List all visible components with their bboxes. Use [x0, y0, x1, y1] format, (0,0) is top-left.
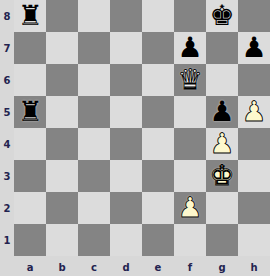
piece-black-pawn[interactable]: ♟: [241, 32, 266, 64]
square-d6[interactable]: [110, 64, 142, 96]
file-label-a: a: [14, 256, 46, 276]
square-f6[interactable]: ♛: [174, 64, 206, 96]
square-g4[interactable]: ♟: [206, 128, 238, 160]
board-corner-spacer: [0, 256, 14, 276]
square-g2[interactable]: [206, 192, 238, 224]
square-c2[interactable]: [78, 192, 110, 224]
square-g6[interactable]: [206, 64, 238, 96]
square-d4[interactable]: [110, 128, 142, 160]
square-a3[interactable]: [14, 160, 46, 192]
square-b7[interactable]: [46, 32, 78, 64]
rank-label-1: 1: [0, 224, 14, 256]
square-e7[interactable]: [142, 32, 174, 64]
square-h2[interactable]: [238, 192, 270, 224]
piece-black-king[interactable]: ♚: [209, 0, 234, 32]
square-c4[interactable]: [78, 128, 110, 160]
square-e3[interactable]: [142, 160, 174, 192]
square-c1[interactable]: [78, 224, 110, 256]
square-h3[interactable]: [238, 160, 270, 192]
square-c3[interactable]: [78, 160, 110, 192]
piece-white-pawn[interactable]: ♟: [177, 192, 202, 224]
file-label-f: f: [174, 256, 206, 276]
piece-white-pawn[interactable]: ♟: [241, 96, 266, 128]
file-label-e: e: [142, 256, 174, 276]
square-g5[interactable]: ♟: [206, 96, 238, 128]
square-f4[interactable]: [174, 128, 206, 160]
file-label-b: b: [46, 256, 78, 276]
square-c8[interactable]: [78, 0, 110, 32]
square-a1[interactable]: [14, 224, 46, 256]
square-d5[interactable]: [110, 96, 142, 128]
square-a8[interactable]: ♜: [14, 0, 46, 32]
rank-label-4: 4: [0, 128, 14, 160]
file-label-c: c: [78, 256, 110, 276]
square-e5[interactable]: [142, 96, 174, 128]
piece-white-king[interactable]: ♚: [209, 160, 234, 192]
square-g7[interactable]: [206, 32, 238, 64]
square-b4[interactable]: [46, 128, 78, 160]
file-label-h: h: [238, 256, 270, 276]
square-e1[interactable]: [142, 224, 174, 256]
piece-black-pawn[interactable]: ♟: [177, 32, 202, 64]
square-a6[interactable]: [14, 64, 46, 96]
square-e8[interactable]: [142, 0, 174, 32]
rank-label-6: 6: [0, 64, 14, 96]
square-d3[interactable]: [110, 160, 142, 192]
square-f5[interactable]: [174, 96, 206, 128]
square-a4[interactable]: [14, 128, 46, 160]
square-e6[interactable]: [142, 64, 174, 96]
rank-label-2: 2: [0, 192, 14, 224]
piece-white-pawn[interactable]: ♟: [209, 128, 234, 160]
square-b5[interactable]: [46, 96, 78, 128]
square-f3[interactable]: [174, 160, 206, 192]
square-c5[interactable]: [78, 96, 110, 128]
square-c6[interactable]: [78, 64, 110, 96]
square-e2[interactable]: [142, 192, 174, 224]
piece-white-queen[interactable]: ♛: [177, 64, 202, 96]
square-d1[interactable]: [110, 224, 142, 256]
square-b8[interactable]: [46, 0, 78, 32]
piece-black-pawn[interactable]: ♟: [209, 96, 234, 128]
square-h5[interactable]: ♟: [238, 96, 270, 128]
square-b2[interactable]: [46, 192, 78, 224]
square-f8[interactable]: [174, 0, 206, 32]
square-c7[interactable]: [78, 32, 110, 64]
rank-label-5: 5: [0, 96, 14, 128]
file-label-d: d: [110, 256, 142, 276]
square-d7[interactable]: [110, 32, 142, 64]
square-g3[interactable]: ♚: [206, 160, 238, 192]
square-b1[interactable]: [46, 224, 78, 256]
square-g1[interactable]: [206, 224, 238, 256]
square-h8[interactable]: [238, 0, 270, 32]
square-h1[interactable]: [238, 224, 270, 256]
square-f2[interactable]: ♟: [174, 192, 206, 224]
square-a7[interactable]: [14, 32, 46, 64]
square-a2[interactable]: [14, 192, 46, 224]
square-h4[interactable]: [238, 128, 270, 160]
rank-label-8: 8: [0, 0, 14, 32]
file-label-g: g: [206, 256, 238, 276]
rank-label-3: 3: [0, 160, 14, 192]
square-b6[interactable]: [46, 64, 78, 96]
square-a5[interactable]: ♜: [14, 96, 46, 128]
piece-black-rook[interactable]: ♜: [17, 96, 42, 128]
square-f1[interactable]: [174, 224, 206, 256]
square-b3[interactable]: [46, 160, 78, 192]
square-e4[interactable]: [142, 128, 174, 160]
rank-label-7: 7: [0, 32, 14, 64]
piece-black-rook[interactable]: ♜: [17, 0, 42, 32]
square-d8[interactable]: [110, 0, 142, 32]
square-d2[interactable]: [110, 192, 142, 224]
square-h7[interactable]: ♟: [238, 32, 270, 64]
square-h6[interactable]: [238, 64, 270, 96]
square-f7[interactable]: ♟: [174, 32, 206, 64]
square-g8[interactable]: ♚: [206, 0, 238, 32]
chess-board: 8♜♚7♟♟6♛5♜♟♟4♟3♚2♟1abcdefgh: [0, 0, 270, 276]
